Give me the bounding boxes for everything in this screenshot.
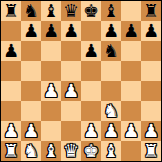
square-a5[interactable] [1, 61, 21, 81]
square-g7[interactable]: ♟ [121, 21, 141, 41]
board-frame: ♜♞♝♛♚♝♜♟♟♟♟♟♟♟♟♞♟♟♞♟♟♟♟♟♟♜♞♝♛♚♝♜ [0, 0, 162, 162]
white-rook-a1: ♜ [3, 141, 19, 161]
square-h3[interactable] [141, 101, 161, 121]
square-f7[interactable]: ♟ [101, 21, 121, 41]
square-f1[interactable]: ♝ [101, 141, 121, 161]
square-b7[interactable]: ♟ [21, 21, 41, 41]
square-d8[interactable]: ♛ [61, 1, 81, 21]
square-h1[interactable]: ♜ [141, 141, 161, 161]
square-e4[interactable] [81, 81, 101, 101]
square-a8[interactable]: ♜ [1, 1, 21, 21]
square-c2[interactable] [41, 121, 61, 141]
square-g3[interactable] [121, 101, 141, 121]
white-pawn-f2: ♟ [103, 121, 119, 141]
square-b3[interactable] [21, 101, 41, 121]
square-g6[interactable] [121, 41, 141, 61]
square-b5[interactable] [21, 61, 41, 81]
black-bishop-c8: ♝ [43, 1, 59, 21]
black-pawn-e6: ♟ [83, 41, 99, 61]
square-a4[interactable] [1, 81, 21, 101]
square-f5[interactable] [101, 61, 121, 81]
square-h4[interactable] [141, 81, 161, 101]
black-pawn-h7: ♟ [143, 21, 159, 41]
black-knight-b8: ♞ [23, 1, 39, 21]
white-knight-b1: ♞ [23, 141, 39, 161]
chess-board: ♜♞♝♛♚♝♜♟♟♟♟♟♟♟♟♞♟♟♞♟♟♟♟♟♟♜♞♝♛♚♝♜ [1, 1, 161, 161]
black-pawn-d7: ♟ [63, 21, 79, 41]
square-d3[interactable] [61, 101, 81, 121]
square-e2[interactable]: ♟ [81, 121, 101, 141]
square-g1[interactable] [121, 141, 141, 161]
square-f2[interactable]: ♟ [101, 121, 121, 141]
white-pawn-a2: ♟ [3, 121, 19, 141]
square-c6[interactable] [41, 41, 61, 61]
square-c4[interactable]: ♟ [41, 81, 61, 101]
black-pawn-g7: ♟ [123, 21, 139, 41]
black-rook-a8: ♜ [3, 1, 19, 21]
square-b4[interactable] [21, 81, 41, 101]
square-f8[interactable]: ♝ [101, 1, 121, 21]
square-e7[interactable] [81, 21, 101, 41]
square-c5[interactable] [41, 61, 61, 81]
white-bishop-c1: ♝ [43, 141, 59, 161]
white-queen-d1: ♛ [63, 141, 79, 161]
white-bishop-f1: ♝ [103, 141, 119, 161]
black-pawn-c7: ♟ [43, 21, 59, 41]
black-knight-f6: ♞ [103, 41, 119, 61]
black-pawn-b7: ♟ [23, 21, 39, 41]
square-h7[interactable]: ♟ [141, 21, 161, 41]
square-d4[interactable]: ♟ [61, 81, 81, 101]
square-e5[interactable] [81, 61, 101, 81]
square-d5[interactable] [61, 61, 81, 81]
square-a3[interactable] [1, 101, 21, 121]
square-f3[interactable]: ♞ [101, 101, 121, 121]
square-c1[interactable]: ♝ [41, 141, 61, 161]
square-d1[interactable]: ♛ [61, 141, 81, 161]
square-h6[interactable] [141, 41, 161, 61]
white-pawn-b2: ♟ [23, 121, 39, 141]
square-g2[interactable]: ♟ [121, 121, 141, 141]
square-b6[interactable] [21, 41, 41, 61]
square-g5[interactable] [121, 61, 141, 81]
square-f4[interactable] [101, 81, 121, 101]
square-b1[interactable]: ♞ [21, 141, 41, 161]
square-e8[interactable]: ♚ [81, 1, 101, 21]
white-pawn-g2: ♟ [123, 121, 139, 141]
square-f6[interactable]: ♞ [101, 41, 121, 61]
square-b2[interactable]: ♟ [21, 121, 41, 141]
square-h5[interactable] [141, 61, 161, 81]
white-pawn-h2: ♟ [143, 121, 159, 141]
square-e3[interactable] [81, 101, 101, 121]
black-pawn-a6: ♟ [3, 41, 19, 61]
white-pawn-e2: ♟ [83, 121, 99, 141]
square-a1[interactable]: ♜ [1, 141, 21, 161]
square-e6[interactable]: ♟ [81, 41, 101, 61]
square-h2[interactable]: ♟ [141, 121, 161, 141]
square-d7[interactable]: ♟ [61, 21, 81, 41]
square-g4[interactable] [121, 81, 141, 101]
square-c3[interactable] [41, 101, 61, 121]
black-queen-d8: ♛ [63, 1, 79, 21]
square-a6[interactable]: ♟ [1, 41, 21, 61]
black-pawn-f7: ♟ [103, 21, 119, 41]
white-knight-f3: ♞ [103, 101, 119, 121]
square-c7[interactable]: ♟ [41, 21, 61, 41]
square-a7[interactable] [1, 21, 21, 41]
black-king-e8: ♚ [83, 1, 99, 21]
square-d6[interactable] [61, 41, 81, 61]
black-bishop-f8: ♝ [103, 1, 119, 21]
square-e1[interactable]: ♚ [81, 141, 101, 161]
square-c8[interactable]: ♝ [41, 1, 61, 21]
black-rook-h8: ♜ [143, 1, 159, 21]
white-pawn-c4: ♟ [43, 81, 59, 101]
square-b8[interactable]: ♞ [21, 1, 41, 21]
square-h8[interactable]: ♜ [141, 1, 161, 21]
white-rook-h1: ♜ [143, 141, 159, 161]
square-d2[interactable] [61, 121, 81, 141]
white-king-e1: ♚ [83, 141, 99, 161]
square-a2[interactable]: ♟ [1, 121, 21, 141]
white-pawn-d4: ♟ [63, 81, 79, 101]
square-g8[interactable] [121, 1, 141, 21]
